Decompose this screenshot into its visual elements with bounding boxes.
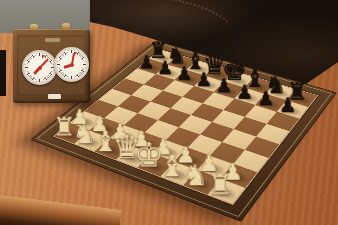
piece-white-rook[interactable]: ♜ — [192, 159, 248, 199]
piece-black-pawn[interactable]: ♟ — [264, 81, 312, 115]
chess-clock — [13, 29, 90, 103]
chess-photo-scene: ♜♞♝♛♚♝♞♜♟♟♟♟♟♟♟♟♟♟♟♟♟♟♟♟♜♞♝♛♚♝♞♜ — [0, 0, 338, 225]
clock-dial-left — [22, 50, 57, 85]
table-left-gap — [0, 50, 6, 96]
dial-center-pin — [70, 63, 74, 67]
clock-dial-right — [54, 47, 89, 82]
clock-body — [13, 29, 90, 103]
clock-brand-plaque — [45, 38, 60, 42]
clock-face — [17, 35, 86, 96]
square-h1[interactable]: ♜ — [208, 179, 245, 204]
clock-label — [48, 94, 61, 99]
board-grid: ♜♞♝♛♚♝♞♜♟♟♟♟♟♟♟♟♟♟♟♟♟♟♟♟♜♞♝♛♚♝♞♜ — [53, 49, 318, 205]
clock-flag-icon — [42, 55, 45, 59]
square-h7[interactable]: ♟ — [277, 100, 308, 118]
table-front-edge — [0, 194, 122, 225]
dial-center-pin — [38, 66, 42, 70]
